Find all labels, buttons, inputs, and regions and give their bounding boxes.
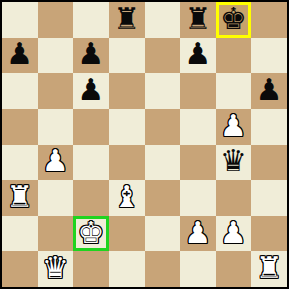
- square-g4[interactable]: ♛: [216, 145, 252, 181]
- piece-black-rook[interactable]: ♜: [184, 4, 211, 34]
- square-c5[interactable]: [73, 109, 109, 145]
- square-f4[interactable]: [180, 145, 216, 181]
- square-a1[interactable]: [2, 251, 38, 287]
- piece-black-pawn[interactable]: ♟: [256, 75, 283, 105]
- chess-board: ♜♜♚♟♟♟♟♟♟♟♛♜♝♚♟♟♛♜: [0, 0, 289, 289]
- square-h7[interactable]: [251, 38, 287, 74]
- square-d3[interactable]: ♝: [109, 180, 145, 216]
- piece-white-pawn[interactable]: ♟: [220, 111, 247, 141]
- square-a5[interactable]: [2, 109, 38, 145]
- square-b7[interactable]: [38, 38, 74, 74]
- square-b4[interactable]: ♟: [38, 145, 74, 181]
- piece-white-king[interactable]: ♚: [78, 218, 105, 248]
- square-g6[interactable]: [216, 73, 252, 109]
- square-c6[interactable]: ♟: [73, 73, 109, 109]
- square-b8[interactable]: [38, 2, 74, 38]
- square-b3[interactable]: [38, 180, 74, 216]
- square-c8[interactable]: [73, 2, 109, 38]
- piece-white-pawn[interactable]: ♟: [42, 146, 69, 176]
- square-d6[interactable]: [109, 73, 145, 109]
- square-b5[interactable]: [38, 109, 74, 145]
- square-e4[interactable]: [145, 145, 181, 181]
- square-f1[interactable]: [180, 251, 216, 287]
- square-c2[interactable]: ♚: [73, 216, 109, 252]
- square-g5[interactable]: ♟: [216, 109, 252, 145]
- square-g1[interactable]: [216, 251, 252, 287]
- square-e3[interactable]: [145, 180, 181, 216]
- square-d2[interactable]: [109, 216, 145, 252]
- square-h8[interactable]: [251, 2, 287, 38]
- square-a8[interactable]: [2, 2, 38, 38]
- piece-white-bishop[interactable]: ♝: [113, 182, 140, 212]
- square-c7[interactable]: ♟: [73, 38, 109, 74]
- square-b1[interactable]: ♛: [38, 251, 74, 287]
- piece-white-rook[interactable]: ♜: [6, 182, 33, 212]
- square-c3[interactable]: [73, 180, 109, 216]
- square-f8[interactable]: ♜: [180, 2, 216, 38]
- piece-black-rook[interactable]: ♜: [113, 4, 140, 34]
- chess-app: ♜♜♚♟♟♟♟♟♟♟♛♜♝♚♟♟♛♜: [0, 0, 289, 289]
- square-h2[interactable]: [251, 216, 287, 252]
- piece-white-pawn[interactable]: ♟: [220, 218, 247, 248]
- square-e1[interactable]: [145, 251, 181, 287]
- piece-black-queen[interactable]: ♛: [220, 146, 247, 176]
- square-e2[interactable]: [145, 216, 181, 252]
- square-a4[interactable]: [2, 145, 38, 181]
- square-a6[interactable]: [2, 73, 38, 109]
- square-e7[interactable]: [145, 38, 181, 74]
- square-f5[interactable]: [180, 109, 216, 145]
- square-f6[interactable]: [180, 73, 216, 109]
- square-h1[interactable]: ♜: [251, 251, 287, 287]
- square-f3[interactable]: [180, 180, 216, 216]
- square-d1[interactable]: [109, 251, 145, 287]
- square-g8[interactable]: ♚: [216, 2, 252, 38]
- square-d7[interactable]: [109, 38, 145, 74]
- square-e8[interactable]: [145, 2, 181, 38]
- piece-white-pawn[interactable]: ♟: [184, 218, 211, 248]
- square-a7[interactable]: ♟: [2, 38, 38, 74]
- square-d8[interactable]: ♜: [109, 2, 145, 38]
- square-d4[interactable]: [109, 145, 145, 181]
- square-b2[interactable]: [38, 216, 74, 252]
- square-h4[interactable]: [251, 145, 287, 181]
- piece-black-pawn[interactable]: ♟: [6, 39, 33, 69]
- square-f2[interactable]: ♟: [180, 216, 216, 252]
- square-e6[interactable]: [145, 73, 181, 109]
- square-d5[interactable]: [109, 109, 145, 145]
- square-b6[interactable]: [38, 73, 74, 109]
- square-g2[interactable]: ♟: [216, 216, 252, 252]
- square-h6[interactable]: ♟: [251, 73, 287, 109]
- square-a2[interactable]: [2, 216, 38, 252]
- piece-black-pawn[interactable]: ♟: [184, 39, 211, 69]
- piece-black-king[interactable]: ♚: [220, 4, 247, 34]
- square-e5[interactable]: [145, 109, 181, 145]
- piece-white-queen[interactable]: ♛: [42, 253, 69, 283]
- square-g7[interactable]: [216, 38, 252, 74]
- piece-black-pawn[interactable]: ♟: [78, 75, 105, 105]
- piece-white-rook[interactable]: ♜: [256, 253, 283, 283]
- square-g3[interactable]: [216, 180, 252, 216]
- square-a3[interactable]: ♜: [2, 180, 38, 216]
- square-c4[interactable]: [73, 145, 109, 181]
- square-h3[interactable]: [251, 180, 287, 216]
- square-h5[interactable]: [251, 109, 287, 145]
- piece-black-pawn[interactable]: ♟: [78, 39, 105, 69]
- square-f7[interactable]: ♟: [180, 38, 216, 74]
- square-c1[interactable]: [73, 251, 109, 287]
